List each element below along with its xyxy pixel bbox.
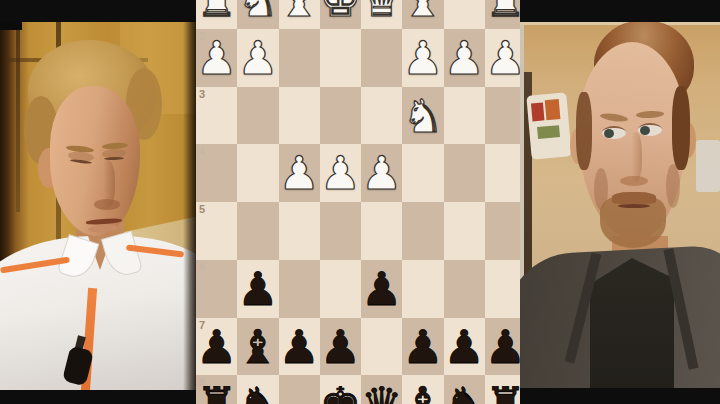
square-c7[interactable]: ♟ — [402, 318, 443, 376]
square-h5[interactable]: 5 — [196, 202, 237, 260]
cabinet-seam — [16, 22, 20, 212]
square-e3[interactable] — [320, 87, 361, 145]
piece-white-pawn[interactable]: ♟ — [361, 144, 402, 202]
right-person-hair-side — [576, 92, 592, 170]
rank-label-4: 4 — [199, 145, 205, 157]
square-e8[interactable]: ♚ — [320, 375, 361, 404]
square-a7[interactable]: ♟ — [485, 318, 520, 376]
square-g4[interactable] — [237, 144, 278, 202]
piece-black-pawn[interactable]: ♟ — [320, 318, 361, 376]
square-f4[interactable]: ♟ — [279, 144, 320, 202]
square-d2[interactable] — [361, 29, 402, 87]
piece-black-knight[interactable]: ♞ — [444, 375, 485, 404]
square-g8[interactable]: ♞ — [237, 375, 278, 404]
square-h8[interactable]: 8♜ — [196, 375, 237, 404]
square-b8[interactable]: ♞ — [444, 375, 485, 404]
piece-white-pawn[interactable]: ♟ — [444, 29, 485, 87]
right-person-eye — [638, 123, 662, 136]
square-h4[interactable]: 4 — [196, 144, 237, 202]
letterbox-bar-top — [520, 0, 720, 22]
piece-white-pawn[interactable]: ♟ — [237, 29, 278, 87]
square-h1[interactable]: 1♜ — [196, 0, 237, 29]
square-b3[interactable] — [444, 87, 485, 145]
square-a5[interactable] — [485, 202, 520, 260]
square-e5[interactable] — [320, 202, 361, 260]
piece-black-queen[interactable]: ♛ — [361, 375, 402, 404]
square-c2[interactable]: ♟ — [402, 29, 443, 87]
piece-black-bishop[interactable]: ♝ — [402, 375, 443, 404]
picture-red — [531, 102, 545, 121]
square-a8[interactable]: ♜ — [485, 375, 520, 404]
piece-white-pawn[interactable]: ♟ — [320, 144, 361, 202]
square-f2[interactable] — [279, 29, 320, 87]
square-g2[interactable]: ♟ — [237, 29, 278, 87]
piece-white-queen[interactable]: ♛ — [361, 0, 402, 29]
piece-white-pawn[interactable]: ♟ — [485, 29, 520, 87]
piece-white-pawn[interactable]: ♟ — [402, 29, 443, 87]
right-person-eye — [602, 126, 626, 139]
chess-board: 1♜♞♝♚♛♝♜2♟♟♟♟♟3♞4♟♟♟56♟♟7♟♝♟♟♟♟♟8♜♞♚♛♝♞♜ — [196, 0, 520, 404]
piece-black-pawn[interactable]: ♟ — [279, 318, 320, 376]
square-a1[interactable]: ♜ — [485, 0, 520, 29]
square-d4[interactable]: ♟ — [361, 144, 402, 202]
square-b4[interactable] — [444, 144, 485, 202]
letterbox-bar-top — [0, 0, 196, 22]
square-f7[interactable]: ♟ — [279, 318, 320, 376]
piece-white-pawn[interactable]: ♟ — [279, 144, 320, 202]
square-h3[interactable]: 3 — [196, 87, 237, 145]
right-video-panel — [520, 0, 720, 404]
square-e6[interactable] — [320, 260, 361, 318]
square-f1[interactable]: ♝ — [279, 0, 320, 29]
rank-label-2: 2 — [199, 30, 205, 42]
piece-black-pawn[interactable]: ♟ — [361, 260, 402, 318]
piece-black-bishop[interactable]: ♝ — [237, 318, 278, 376]
square-c3[interactable]: ♞ — [402, 87, 443, 145]
piece-black-pawn[interactable]: ♟ — [402, 318, 443, 376]
square-d5[interactable] — [361, 202, 402, 260]
square-a3[interactable] — [485, 87, 520, 145]
square-c4[interactable] — [402, 144, 443, 202]
square-d3[interactable] — [361, 87, 402, 145]
square-b2[interactable]: ♟ — [444, 29, 485, 87]
rank-label-6: 6 — [199, 261, 205, 273]
rank-label-8: 8 — [199, 376, 205, 388]
piece-white-king[interactable]: ♚ — [320, 0, 361, 29]
rank-label-3: 3 — [199, 88, 205, 100]
piece-white-bishop[interactable]: ♝ — [279, 0, 320, 29]
square-c6[interactable] — [402, 260, 443, 318]
square-c5[interactable] — [402, 202, 443, 260]
piece-black-pawn[interactable]: ♟ — [444, 318, 485, 376]
piece-black-pawn[interactable]: ♟ — [485, 318, 520, 376]
square-b7[interactable]: ♟ — [444, 318, 485, 376]
right-person-nose — [626, 132, 642, 182]
piece-white-knight[interactable]: ♞ — [237, 0, 278, 29]
square-g7[interactable]: ♝ — [237, 318, 278, 376]
window-sill — [696, 140, 720, 192]
square-c8[interactable]: ♝ — [402, 375, 443, 404]
square-b6[interactable] — [444, 260, 485, 318]
square-f3[interactable] — [279, 87, 320, 145]
board-grid: 1♜♞♝♚♛♝♜2♟♟♟♟♟3♞4♟♟♟56♟♟7♟♝♟♟♟♟♟8♜♞♚♛♝♞♜ — [196, 0, 520, 404]
square-d1[interactable]: ♛ — [361, 0, 402, 29]
square-a2[interactable]: ♟ — [485, 29, 520, 87]
piece-black-rook[interactable]: ♜ — [485, 375, 520, 404]
square-h2[interactable]: 2♟ — [196, 29, 237, 87]
right-person-hair-side — [672, 86, 690, 170]
letterbox-bar-bottom — [520, 388, 720, 404]
right-person-mouth — [618, 204, 650, 208]
right-person-stubble — [666, 164, 680, 208]
video-frame: 1♜♞♝♚♛♝♜2♟♟♟♟♟3♞4♟♟♟56♟♟7♟♝♟♟♟♟♟8♜♞♚♛♝♞♜ — [0, 0, 720, 404]
board-edge-shadow — [183, 0, 196, 404]
left-person-face — [50, 86, 140, 236]
right-person-tshirt — [590, 258, 674, 404]
square-d7[interactable] — [361, 318, 402, 376]
square-b5[interactable] — [444, 202, 485, 260]
square-g6[interactable]: ♟ — [237, 260, 278, 318]
square-b1[interactable] — [444, 0, 485, 29]
square-a4[interactable] — [485, 144, 520, 202]
piece-black-knight[interactable]: ♞ — [237, 375, 278, 404]
square-c1[interactable]: ♝ — [402, 0, 443, 29]
shelf-pictures — [526, 92, 571, 159]
piece-white-rook[interactable]: ♜ — [485, 0, 520, 29]
right-person-mustache — [612, 192, 656, 204]
square-h7[interactable]: 7♟ — [196, 318, 237, 376]
picture-green — [537, 125, 560, 139]
square-g5[interactable] — [237, 202, 278, 260]
rank-label-7: 7 — [199, 319, 205, 331]
square-e7[interactable]: ♟ — [320, 318, 361, 376]
square-f6[interactable] — [279, 260, 320, 318]
rank-label-5: 5 — [199, 203, 205, 215]
square-e2[interactable] — [320, 29, 361, 87]
right-person-iris — [604, 129, 614, 138]
square-e4[interactable]: ♟ — [320, 144, 361, 202]
piece-white-knight[interactable]: ♞ — [402, 87, 443, 145]
square-a6[interactable] — [485, 260, 520, 318]
piece-black-pawn[interactable]: ♟ — [237, 260, 278, 318]
letterbox-bar-bottom — [0, 390, 196, 404]
square-e1[interactable]: ♚ — [320, 0, 361, 29]
square-d6[interactable]: ♟ — [361, 260, 402, 318]
picture-orange — [545, 99, 561, 120]
square-g3[interactable] — [237, 87, 278, 145]
square-g1[interactable]: ♞ — [237, 0, 278, 29]
square-h6[interactable]: 6 — [196, 260, 237, 318]
piece-black-king[interactable]: ♚ — [320, 375, 361, 404]
right-person-nose-shadow — [620, 176, 648, 186]
square-f8[interactable] — [279, 375, 320, 404]
left-person-nose-shadow — [94, 199, 120, 210]
right-person-iris — [640, 126, 650, 135]
left-video-panel — [0, 0, 196, 404]
piece-white-bishop[interactable]: ♝ — [402, 0, 443, 29]
piece-white-rook[interactable]: ♜ — [196, 0, 237, 29]
square-d8[interactable]: ♛ — [361, 375, 402, 404]
square-f5[interactable] — [279, 202, 320, 260]
